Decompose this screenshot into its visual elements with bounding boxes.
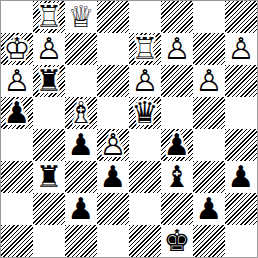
white-pawn-icon: ♟♙ [33,33,65,65]
square-d8[interactable] [97,1,129,33]
piece-fill-layer: ♟ [1,97,33,129]
square-b4[interactable] [33,129,65,161]
square-f6[interactable] [161,65,193,97]
black-rook-icon: ♜ [33,65,65,97]
chess-board: ♜♖♛♕♚♔♟♙♜♖♟♙♟♙♟♙♜♟♙♟♙♟♝♗♛♟♟♙♟♜♟♝♟♟♟♚ [1,1,257,257]
square-a3[interactable] [1,161,33,193]
black-king-icon: ♚ [161,225,193,257]
square-h6[interactable] [225,65,257,97]
white-pawn-icon: ♟♙ [161,33,193,65]
square-f1[interactable]: ♚ [161,225,193,257]
piece-fill-layer: ♟ [193,193,225,225]
square-e6[interactable]: ♟♙ [129,65,161,97]
square-e7[interactable]: ♜♖ [129,33,161,65]
piece-outline-layer: ♙ [97,129,129,161]
square-f2[interactable] [161,193,193,225]
square-a7[interactable]: ♚♔ [1,33,33,65]
square-h2[interactable] [225,193,257,225]
square-a8[interactable] [1,1,33,33]
square-f8[interactable] [161,1,193,33]
square-d5[interactable] [97,97,129,129]
square-a6[interactable]: ♟♙ [1,65,33,97]
piece-fill-layer: ♜ [33,65,65,97]
square-h5[interactable] [225,97,257,129]
piece-fill-layer: ♟ [225,161,257,193]
black-pawn-icon: ♟ [97,161,129,193]
white-pawn-icon: ♟♙ [225,33,257,65]
piece-fill-layer: ♝ [161,161,193,193]
square-b3[interactable]: ♜ [33,161,65,193]
black-queen-icon: ♛ [129,97,161,129]
square-a4[interactable] [1,129,33,161]
piece-outline-layer: ♔ [1,33,33,65]
white-rook-icon: ♜♖ [33,1,65,33]
square-d6[interactable] [97,65,129,97]
square-g1[interactable] [193,225,225,257]
piece-outline-layer: ♙ [161,33,193,65]
white-queen-icon: ♛♕ [65,1,97,33]
square-a2[interactable] [1,193,33,225]
white-rook-icon: ♜♖ [129,33,161,65]
black-pawn-icon: ♟ [1,97,33,129]
square-d1[interactable] [97,225,129,257]
black-pawn-icon: ♟ [65,193,97,225]
piece-outline-layer: ♕ [65,1,97,33]
white-pawn-icon: ♟♙ [1,65,33,97]
square-g3[interactable] [193,161,225,193]
square-c6[interactable] [65,65,97,97]
black-pawn-icon: ♟ [193,193,225,225]
piece-outline-layer: ♙ [33,33,65,65]
white-pawn-icon: ♟♙ [193,65,225,97]
piece-fill-layer: ♟ [97,161,129,193]
square-a5[interactable]: ♟ [1,97,33,129]
piece-fill-layer: ♜ [33,161,65,193]
square-f3[interactable]: ♝ [161,161,193,193]
piece-fill-layer: ♟ [161,129,193,161]
piece-outline-layer: ♖ [129,33,161,65]
square-d4[interactable]: ♟♙ [97,129,129,161]
square-g2[interactable]: ♟ [193,193,225,225]
square-d3[interactable]: ♟ [97,161,129,193]
square-f4[interactable]: ♟ [161,129,193,161]
piece-outline-layer: ♙ [1,65,33,97]
square-b5[interactable] [33,97,65,129]
black-pawn-icon: ♟ [225,161,257,193]
white-pawn-icon: ♟♙ [129,65,161,97]
piece-outline-layer: ♗ [65,97,97,129]
piece-fill-layer: ♛ [129,97,161,129]
white-pawn-icon: ♟♙ [97,129,129,161]
diagram-frame: ♜♖♛♕♚♔♟♙♜♖♟♙♟♙♟♙♜♟♙♟♙♟♝♗♛♟♟♙♟♜♟♝♟♟♟♚ [0,0,258,258]
black-rook-icon: ♜ [33,161,65,193]
square-d7[interactable] [97,33,129,65]
square-c5[interactable]: ♝♗ [65,97,97,129]
square-g7[interactable] [193,33,225,65]
square-e4[interactable] [129,129,161,161]
piece-fill-layer: ♟ [65,193,97,225]
square-g6[interactable]: ♟♙ [193,65,225,97]
black-pawn-icon: ♟ [65,129,97,161]
square-e5[interactable]: ♛ [129,97,161,129]
white-king-icon: ♚♔ [1,33,33,65]
square-e8[interactable] [129,1,161,33]
square-b1[interactable] [33,225,65,257]
square-b2[interactable] [33,193,65,225]
square-c4[interactable]: ♟ [65,129,97,161]
square-h1[interactable] [225,225,257,257]
square-e2[interactable] [129,193,161,225]
piece-outline-layer: ♙ [193,65,225,97]
square-b8[interactable]: ♜♖ [33,1,65,33]
square-c8[interactable]: ♛♕ [65,1,97,33]
square-c1[interactable] [65,225,97,257]
black-bishop-icon: ♝ [161,161,193,193]
black-pawn-icon: ♟ [161,129,193,161]
square-g8[interactable] [193,1,225,33]
square-h4[interactable] [225,129,257,161]
square-h7[interactable]: ♟♙ [225,33,257,65]
square-e3[interactable] [129,161,161,193]
square-c3[interactable] [65,161,97,193]
square-c7[interactable] [65,33,97,65]
square-a1[interactable] [1,225,33,257]
piece-outline-layer: ♙ [225,33,257,65]
square-h8[interactable] [225,1,257,33]
square-d2[interactable] [97,193,129,225]
square-c2[interactable]: ♟ [65,193,97,225]
piece-outline-layer: ♙ [129,65,161,97]
square-f5[interactable] [161,97,193,129]
square-g5[interactable] [193,97,225,129]
square-b7[interactable]: ♟♙ [33,33,65,65]
square-f7[interactable]: ♟♙ [161,33,193,65]
piece-fill-layer: ♟ [65,129,97,161]
white-bishop-icon: ♝♗ [65,97,97,129]
square-g4[interactable] [193,129,225,161]
square-e1[interactable] [129,225,161,257]
piece-outline-layer: ♖ [33,1,65,33]
piece-fill-layer: ♚ [161,225,193,257]
square-h3[interactable]: ♟ [225,161,257,193]
square-b6[interactable]: ♜ [33,65,65,97]
